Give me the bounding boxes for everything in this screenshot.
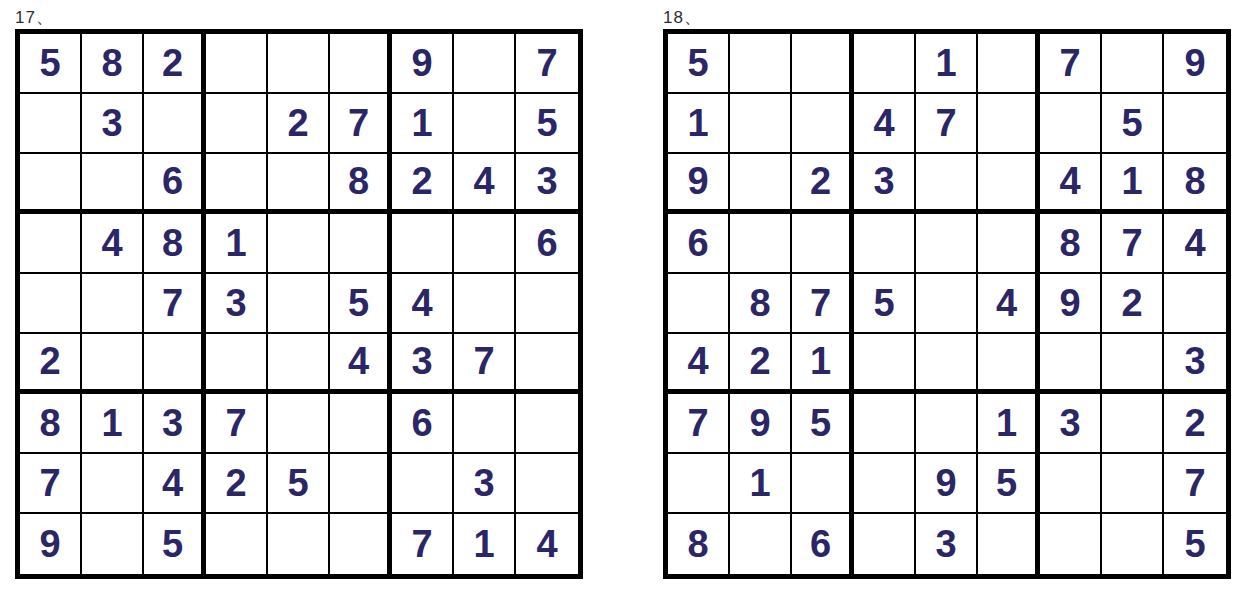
sudoku-cell-given: 8 <box>730 274 792 334</box>
sudoku-cell-empty <box>668 274 730 334</box>
sudoku-cell-given: 9 <box>668 154 730 214</box>
sudoku-puzzle-17: 17、 582973271568243481673542437813767425… <box>15 8 583 596</box>
sudoku-cell-empty <box>330 514 392 574</box>
sudoku-cell-given: 3 <box>516 154 578 214</box>
sudoku-cell-empty <box>82 334 144 394</box>
sudoku-cell-given: 8 <box>144 214 206 274</box>
sudoku-cell-given: 4 <box>854 94 916 154</box>
sudoku-cell-given: 8 <box>668 514 730 574</box>
sudoku-cell-given: 9 <box>392 34 454 94</box>
sudoku-cell-empty <box>792 34 854 94</box>
sudoku-cell-given: 7 <box>144 274 206 334</box>
puzzle-17-label: 17、 <box>15 8 583 28</box>
sudoku-cell-given: 7 <box>1040 34 1102 94</box>
sudoku-cell-empty <box>978 34 1040 94</box>
sudoku-cell-empty <box>1102 334 1164 394</box>
sudoku-cell-given: 8 <box>20 394 82 454</box>
sudoku-cell-given: 9 <box>1164 34 1226 94</box>
sudoku-cell-empty <box>854 454 916 514</box>
sudoku-cell-given: 3 <box>392 334 454 394</box>
sudoku-cell-given: 3 <box>1164 334 1226 394</box>
sudoku-cell-given: 7 <box>1102 214 1164 274</box>
sudoku-cell-given: 5 <box>144 514 206 574</box>
sudoku-cell-empty <box>268 154 330 214</box>
sudoku-cell-given: 2 <box>730 334 792 394</box>
sudoku-cell-empty <box>268 274 330 334</box>
puzzle-page: 17、 582973271568243481673542437813767425… <box>0 0 1237 596</box>
sudoku-cell-given: 1 <box>82 394 144 454</box>
sudoku-cell-given: 9 <box>730 394 792 454</box>
sudoku-cell-empty <box>1102 394 1164 454</box>
sudoku-cell-given: 5 <box>330 274 392 334</box>
sudoku-cell-empty <box>854 514 916 574</box>
sudoku-cell-given: 1 <box>454 514 516 574</box>
sudoku-cell-given: 4 <box>454 154 516 214</box>
sudoku-cell-empty <box>978 214 1040 274</box>
sudoku-cell-empty <box>792 454 854 514</box>
sudoku-cell-given: 2 <box>1102 274 1164 334</box>
sudoku-cell-empty <box>730 94 792 154</box>
sudoku-cell-empty <box>454 274 516 334</box>
sudoku-cell-empty <box>392 214 454 274</box>
sudoku-cell-given: 6 <box>144 154 206 214</box>
sudoku-cell-empty <box>206 334 268 394</box>
sudoku-cell-given: 9 <box>916 454 978 514</box>
sudoku-cell-given: 5 <box>792 394 854 454</box>
sudoku-cell-empty <box>206 94 268 154</box>
puzzle-18-label: 18、 <box>663 8 1231 28</box>
sudoku-cell-empty <box>82 514 144 574</box>
sudoku-cell-empty <box>454 214 516 274</box>
sudoku-cell-empty <box>854 34 916 94</box>
sudoku-cell-empty <box>20 94 82 154</box>
sudoku-cell-empty <box>730 514 792 574</box>
sudoku-cell-empty <box>454 94 516 154</box>
sudoku-cell-empty <box>206 514 268 574</box>
sudoku-cell-given: 2 <box>144 34 206 94</box>
sudoku-cell-given: 4 <box>1164 214 1226 274</box>
sudoku-cell-given: 7 <box>668 394 730 454</box>
sudoku-cell-given: 3 <box>82 94 144 154</box>
sudoku-cell-empty <box>792 214 854 274</box>
sudoku-board-17: 5829732715682434816735424378137674253957… <box>15 29 583 579</box>
sudoku-cell-given: 5 <box>1102 94 1164 154</box>
sudoku-cell-empty <box>330 34 392 94</box>
sudoku-cell-empty <box>1164 274 1226 334</box>
sudoku-cell-given: 8 <box>1040 214 1102 274</box>
sudoku-cell-empty <box>916 214 978 274</box>
sudoku-cell-given: 4 <box>392 274 454 334</box>
sudoku-cell-empty <box>916 334 978 394</box>
sudoku-cell-given: 4 <box>144 454 206 514</box>
sudoku-cell-given: 3 <box>144 394 206 454</box>
sudoku-cell-empty <box>454 34 516 94</box>
sudoku-cell-empty <box>1102 454 1164 514</box>
sudoku-cell-given: 3 <box>1040 394 1102 454</box>
sudoku-cell-empty <box>20 214 82 274</box>
sudoku-cell-given: 2 <box>1164 394 1226 454</box>
sudoku-cell-empty <box>1102 514 1164 574</box>
sudoku-board-18: 5179147592341868748754924213795132195786… <box>663 29 1231 579</box>
sudoku-cell-given: 9 <box>20 514 82 574</box>
sudoku-cell-given: 5 <box>1164 514 1226 574</box>
sudoku-cell-given: 5 <box>20 34 82 94</box>
sudoku-cell-given: 7 <box>206 394 268 454</box>
sudoku-cell-given: 6 <box>668 214 730 274</box>
sudoku-cell-empty <box>144 334 206 394</box>
sudoku-cell-empty <box>268 334 330 394</box>
sudoku-cell-given: 3 <box>916 514 978 574</box>
sudoku-cell-given: 4 <box>516 514 578 574</box>
sudoku-cell-empty <box>978 154 1040 214</box>
sudoku-cell-given: 5 <box>516 94 578 154</box>
sudoku-cell-empty <box>978 514 1040 574</box>
sudoku-cell-given: 2 <box>392 154 454 214</box>
sudoku-cell-empty <box>206 34 268 94</box>
sudoku-cell-given: 1 <box>206 214 268 274</box>
sudoku-cell-empty <box>392 454 454 514</box>
sudoku-cell-given: 6 <box>792 514 854 574</box>
sudoku-cell-empty <box>268 394 330 454</box>
sudoku-cell-empty <box>82 274 144 334</box>
sudoku-cell-empty <box>916 274 978 334</box>
sudoku-cell-given: 5 <box>854 274 916 334</box>
sudoku-cell-empty <box>1040 454 1102 514</box>
sudoku-cell-given: 4 <box>1040 154 1102 214</box>
sudoku-cell-given: 1 <box>1102 154 1164 214</box>
sudoku-cell-empty <box>516 394 578 454</box>
sudoku-cell-empty <box>978 334 1040 394</box>
sudoku-cell-given: 2 <box>268 94 330 154</box>
sudoku-cell-empty <box>516 334 578 394</box>
sudoku-cell-given: 2 <box>206 454 268 514</box>
sudoku-cell-given: 3 <box>206 274 268 334</box>
sudoku-cell-given: 1 <box>792 334 854 394</box>
sudoku-cell-given: 1 <box>978 394 1040 454</box>
sudoku-cell-given: 1 <box>668 94 730 154</box>
sudoku-cell-given: 9 <box>1040 274 1102 334</box>
sudoku-cell-given: 1 <box>730 454 792 514</box>
sudoku-cell-empty <box>854 334 916 394</box>
sudoku-cell-given: 6 <box>392 394 454 454</box>
sudoku-cell-empty <box>730 214 792 274</box>
sudoku-cell-given: 7 <box>392 514 454 574</box>
sudoku-cell-given: 7 <box>1164 454 1226 514</box>
sudoku-cell-given: 4 <box>82 214 144 274</box>
sudoku-cell-empty <box>268 34 330 94</box>
sudoku-cell-empty <box>516 454 578 514</box>
sudoku-cell-empty <box>668 454 730 514</box>
sudoku-cell-given: 2 <box>20 334 82 394</box>
sudoku-cell-given: 4 <box>330 334 392 394</box>
sudoku-cell-empty <box>1040 94 1102 154</box>
sudoku-cell-empty <box>730 154 792 214</box>
sudoku-cell-given: 4 <box>978 274 1040 334</box>
sudoku-cell-given: 5 <box>268 454 330 514</box>
sudoku-cell-given: 1 <box>916 34 978 94</box>
sudoku-cell-given: 7 <box>20 454 82 514</box>
sudoku-cell-given: 8 <box>82 34 144 94</box>
sudoku-cell-empty <box>1102 34 1164 94</box>
sudoku-cell-empty <box>1164 94 1226 154</box>
sudoku-cell-empty <box>1040 334 1102 394</box>
sudoku-cell-given: 5 <box>978 454 1040 514</box>
sudoku-cell-empty <box>20 274 82 334</box>
sudoku-cell-empty <box>516 274 578 334</box>
sudoku-cell-empty <box>206 154 268 214</box>
sudoku-cell-given: 8 <box>330 154 392 214</box>
sudoku-cell-given: 3 <box>854 154 916 214</box>
sudoku-cell-given: 1 <box>392 94 454 154</box>
sudoku-cell-given: 3 <box>454 454 516 514</box>
sudoku-cell-empty <box>20 154 82 214</box>
sudoku-cell-given: 7 <box>454 334 516 394</box>
sudoku-cell-given: 7 <box>516 34 578 94</box>
sudoku-cell-given: 4 <box>668 334 730 394</box>
sudoku-cell-given: 2 <box>792 154 854 214</box>
sudoku-cell-empty <box>854 394 916 454</box>
sudoku-cell-empty <box>854 214 916 274</box>
sudoku-cell-empty <box>330 394 392 454</box>
sudoku-cell-empty <box>454 394 516 454</box>
sudoku-cell-empty <box>330 454 392 514</box>
sudoku-puzzle-18: 18、 517914759234186874875492421379513219… <box>663 8 1231 596</box>
sudoku-cell-empty <box>1040 514 1102 574</box>
sudoku-cell-given: 6 <box>516 214 578 274</box>
sudoku-cell-given: 7 <box>330 94 392 154</box>
sudoku-cell-empty <box>916 394 978 454</box>
sudoku-cell-empty <box>792 94 854 154</box>
sudoku-cell-empty <box>978 94 1040 154</box>
sudoku-cell-empty <box>268 214 330 274</box>
sudoku-cell-empty <box>916 154 978 214</box>
sudoku-cell-empty <box>730 34 792 94</box>
sudoku-cell-given: 7 <box>792 274 854 334</box>
sudoku-cell-empty <box>82 154 144 214</box>
sudoku-cell-empty <box>144 94 206 154</box>
sudoku-cell-given: 8 <box>1164 154 1226 214</box>
sudoku-cell-empty <box>330 214 392 274</box>
sudoku-cell-given: 7 <box>916 94 978 154</box>
sudoku-cell-empty <box>82 454 144 514</box>
sudoku-cell-given: 5 <box>668 34 730 94</box>
sudoku-cell-empty <box>268 514 330 574</box>
